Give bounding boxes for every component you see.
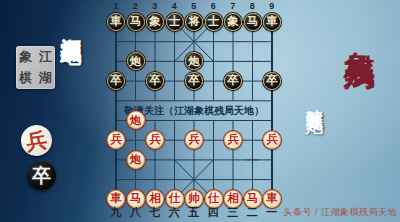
xiangqi-board: 123456789 敬请关注（江湖象棋残局天地） 車马象士将士象马車炮炮卒卒卒卒… <box>103 0 285 222</box>
black-soldier-badge: 卒 <box>27 161 56 190</box>
red-soldier-badge: 兵 <box>19 123 54 158</box>
black-piece-c[interactable]: 炮 <box>127 52 145 70</box>
file-number: 5 <box>184 1 204 11</box>
piece-layer: 車马象士将士象马車炮炮卒卒卒卒卒炮兵兵兵兵兵炮車马相仕帅仕相马車 <box>106 12 282 209</box>
seal-char: 湖 <box>36 68 56 90</box>
file-numbers-red: 九八七六五四三二一 <box>106 205 282 220</box>
black-piece-p[interactable]: 卒 <box>146 72 164 90</box>
red-piece-P[interactable]: 兵 <box>224 131 242 149</box>
file-number: 2 <box>126 1 146 11</box>
red-piece-C[interactable]: 炮 <box>127 151 145 169</box>
black-piece-p[interactable]: 卒 <box>107 72 125 90</box>
file-number: 1 <box>106 1 126 11</box>
black-piece-a[interactable]: 士 <box>205 13 223 31</box>
file-number: 九 <box>106 205 126 220</box>
red-piece-C[interactable]: 炮 <box>127 111 145 129</box>
file-number: 3 <box>145 1 165 11</box>
poster: 象 江 棋 湖 江湖象棋残局天地 兵 卒 123456789 <box>0 0 400 222</box>
black-piece-k[interactable]: 将 <box>185 13 203 31</box>
left-vertical-title: 江湖象棋残局天地 <box>57 21 85 211</box>
file-number: 四 <box>204 205 224 220</box>
file-number: 7 <box>223 1 243 11</box>
red-piece-P[interactable]: 兵 <box>263 131 281 149</box>
seal-char: 江 <box>36 46 56 68</box>
red-piece-P[interactable]: 兵 <box>146 131 164 149</box>
file-number: 8 <box>243 1 263 11</box>
black-piece-b[interactable]: 象 <box>146 13 164 31</box>
jianghu-seal: 象 江 棋 湖 <box>16 46 55 89</box>
black-piece-p[interactable]: 卒 <box>224 72 242 90</box>
channel-caption: 头条号 / 江湖象棋残局天地 <box>283 206 397 219</box>
file-number: 六 <box>165 205 185 220</box>
file-number: 二 <box>243 205 263 220</box>
file-number: 八 <box>126 205 146 220</box>
file-number: 4 <box>165 1 185 11</box>
black-piece-r[interactable]: 車 <box>107 13 125 31</box>
seal-char: 象 <box>16 46 36 68</box>
file-number: 五 <box>184 205 204 220</box>
red-piece-P[interactable]: 兵 <box>185 131 203 149</box>
file-number: 一 <box>262 205 282 220</box>
red-piece-P[interactable]: 兵 <box>107 131 125 149</box>
black-piece-p[interactable]: 卒 <box>185 72 203 90</box>
black-piece-r[interactable]: 車 <box>263 13 281 31</box>
right-subtitle: 破解敢死炮 <box>303 95 326 205</box>
black-piece-n[interactable]: 马 <box>127 13 145 31</box>
file-number: 三 <box>223 205 243 220</box>
seal-char: 棋 <box>16 68 36 90</box>
file-number: 9 <box>262 1 282 11</box>
right-main-title: 象棋残局 <box>338 27 380 177</box>
black-piece-a[interactable]: 士 <box>166 13 184 31</box>
black-piece-c[interactable]: 炮 <box>185 52 203 70</box>
black-piece-n[interactable]: 马 <box>244 13 262 31</box>
file-number: 七 <box>145 205 165 220</box>
black-piece-p[interactable]: 卒 <box>263 72 281 90</box>
black-piece-b[interactable]: 象 <box>224 13 242 31</box>
file-numbers-black: 123456789 <box>106 1 282 11</box>
file-number: 6 <box>204 1 224 11</box>
